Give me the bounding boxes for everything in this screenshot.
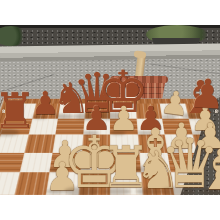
piece-dark-rook-a7[interactable]: ♜ <box>0 90 37 135</box>
coordinate-label: 8 <box>2 108 5 113</box>
off-board-piece-dark-pawn[interactable]: ♟ <box>188 74 220 113</box>
photo-frame: ♟♞♛♚♝♟♜♟♟♟♟♟♟♟♟♝♟♚♜♞♛♝8877665544332211 ♟ <box>0 0 220 220</box>
piece-light-bishop-h4[interactable]: ♝ <box>197 143 220 194</box>
photo-scene: ♟♞♛♚♝♟♜♟♟♟♟♟♟♟♟♝♟♚♜♞♛♝8877665544332211 ♟ <box>0 25 220 195</box>
